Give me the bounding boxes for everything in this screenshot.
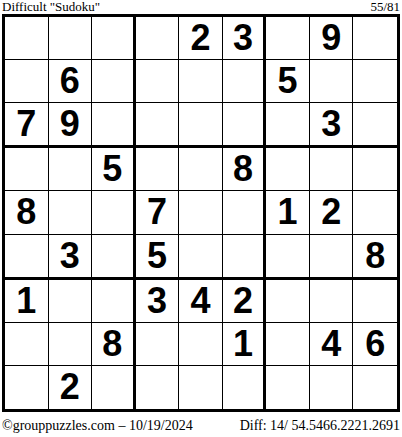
cell-r8c2[interactable] — [49, 323, 93, 366]
cell-r9c1[interactable] — [5, 366, 49, 409]
cell-r2c8[interactable] — [310, 60, 354, 103]
cell-r7c3[interactable] — [92, 280, 136, 323]
cell-r5c8: 2 — [310, 191, 354, 234]
cell-r1c7[interactable] — [266, 17, 310, 60]
cell-r2c5[interactable] — [179, 60, 223, 103]
header: Difficult "Sudoku" 55/81 — [0, 0, 402, 14]
cell-r7c7[interactable] — [266, 280, 310, 323]
cell-r6c8[interactable] — [310, 235, 354, 280]
cell-r1c1[interactable] — [5, 17, 49, 60]
cell-r5c1: 8 — [5, 191, 49, 234]
sudoku-grid: 23965793588712358134281462 — [2, 14, 400, 412]
cell-r2c6[interactable] — [223, 60, 267, 103]
cell-r4c2[interactable] — [49, 148, 93, 191]
difficulty-rating: Diff: 14/ 54.5466.2221.2691 — [240, 418, 400, 433]
sudoku-page: Difficult "Sudoku" 55/81 239657935887123… — [0, 0, 402, 437]
cell-r8c9: 6 — [353, 323, 397, 366]
cell-r6c6[interactable] — [223, 235, 267, 280]
cell-r8c6: 1 — [223, 323, 267, 366]
cell-r4c3: 5 — [92, 148, 136, 191]
cell-r6c2: 3 — [49, 235, 93, 280]
cell-r4c1[interactable] — [5, 148, 49, 191]
cell-r1c6: 3 — [223, 17, 267, 60]
cell-r1c4[interactable] — [136, 17, 180, 60]
cell-r5c9[interactable] — [353, 191, 397, 234]
cell-r2c2: 6 — [49, 60, 93, 103]
cell-r9c7[interactable] — [266, 366, 310, 409]
cell-r8c8: 4 — [310, 323, 354, 366]
cell-r1c8: 9 — [310, 17, 354, 60]
cell-r7c9[interactable] — [353, 280, 397, 323]
cell-r1c3[interactable] — [92, 17, 136, 60]
cell-r9c5[interactable] — [179, 366, 223, 409]
cell-r2c9[interactable] — [353, 60, 397, 103]
cell-r9c4[interactable] — [136, 366, 180, 409]
cell-r6c7[interactable] — [266, 235, 310, 280]
cell-r7c1: 1 — [5, 280, 49, 323]
cell-r3c2: 9 — [49, 103, 93, 148]
cell-r9c8[interactable] — [310, 366, 354, 409]
cell-r6c4: 5 — [136, 235, 180, 280]
cell-r9c6[interactable] — [223, 366, 267, 409]
cell-r4c4[interactable] — [136, 148, 180, 191]
cell-r7c5: 4 — [179, 280, 223, 323]
cell-r8c3: 8 — [92, 323, 136, 366]
cell-r7c8[interactable] — [310, 280, 354, 323]
cell-r7c4: 3 — [136, 280, 180, 323]
cell-r9c2: 2 — [49, 366, 93, 409]
cell-r1c5: 2 — [179, 17, 223, 60]
cell-r4c7[interactable] — [266, 148, 310, 191]
cell-r5c7: 1 — [266, 191, 310, 234]
cell-r8c4[interactable] — [136, 323, 180, 366]
cell-r7c6: 2 — [223, 280, 267, 323]
cell-r2c1[interactable] — [5, 60, 49, 103]
cell-r3c1: 7 — [5, 103, 49, 148]
cell-r3c8: 3 — [310, 103, 354, 148]
cell-r5c2[interactable] — [49, 191, 93, 234]
cell-r6c5[interactable] — [179, 235, 223, 280]
cell-r5c6[interactable] — [223, 191, 267, 234]
cell-r4c8[interactable] — [310, 148, 354, 191]
cell-r9c3[interactable] — [92, 366, 136, 409]
cell-r3c6[interactable] — [223, 103, 267, 148]
cell-r2c7: 5 — [266, 60, 310, 103]
cell-r6c3[interactable] — [92, 235, 136, 280]
cell-r3c7[interactable] — [266, 103, 310, 148]
cell-r2c4[interactable] — [136, 60, 180, 103]
cell-r8c1[interactable] — [5, 323, 49, 366]
cell-r5c3[interactable] — [92, 191, 136, 234]
cell-r4c6: 8 — [223, 148, 267, 191]
footer: ©grouppuzzles.com – 10/19/2024 Diff: 14/… — [0, 418, 402, 433]
cell-r4c9[interactable] — [353, 148, 397, 191]
cell-r6c1[interactable] — [5, 235, 49, 280]
puzzle-title: Difficult "Sudoku" — [2, 0, 100, 13]
copyright-date: ©grouppuzzles.com – 10/19/2024 — [2, 418, 193, 433]
cell-r5c4: 7 — [136, 191, 180, 234]
empty-cell-counter: 55/81 — [370, 0, 400, 13]
cell-r7c2[interactable] — [49, 280, 93, 323]
cell-r1c9[interactable] — [353, 17, 397, 60]
cell-r6c9: 8 — [353, 235, 397, 280]
cell-r3c9[interactable] — [353, 103, 397, 148]
cell-r3c3[interactable] — [92, 103, 136, 148]
cell-r1c2[interactable] — [49, 17, 93, 60]
cell-r5c5[interactable] — [179, 191, 223, 234]
cell-r3c5[interactable] — [179, 103, 223, 148]
cell-r9c9[interactable] — [353, 366, 397, 409]
cell-r2c3[interactable] — [92, 60, 136, 103]
cell-r8c5[interactable] — [179, 323, 223, 366]
cell-r4c5[interactable] — [179, 148, 223, 191]
cell-r8c7[interactable] — [266, 323, 310, 366]
cell-r3c4[interactable] — [136, 103, 180, 148]
